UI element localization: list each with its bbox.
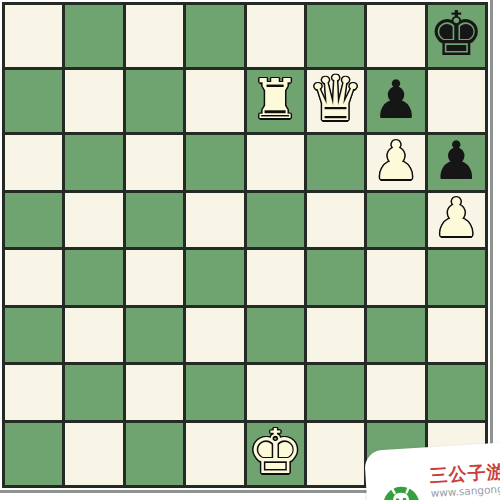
square-d2[interactable] (186, 365, 243, 420)
square-b8[interactable] (65, 5, 122, 67)
square-h2[interactable] (428, 365, 485, 420)
square-a4[interactable] (5, 250, 62, 305)
square-d8[interactable] (186, 5, 243, 67)
piece-white-pawn[interactable]: ♟ (372, 134, 420, 187)
piece-white-pawn[interactable]: ♟ (433, 191, 481, 244)
square-d3[interactable] (186, 308, 243, 363)
square-c7[interactable] (126, 70, 183, 132)
piece-white-king[interactable]: ♚ (247, 421, 303, 483)
square-a1[interactable] (5, 423, 62, 485)
square-f2[interactable] (307, 365, 364, 420)
square-g4[interactable] (367, 250, 424, 305)
square-h7[interactable] (428, 70, 485, 132)
square-h5[interactable]: ♟ (428, 193, 485, 248)
square-c4[interactable] (126, 250, 183, 305)
piece-black-pawn[interactable]: ♟ (372, 73, 420, 126)
square-c5[interactable] (126, 193, 183, 248)
watermark: 三公子游戏网 www.sangongzi.net (364, 441, 500, 500)
square-g8[interactable] (367, 5, 424, 67)
square-b7[interactable] (65, 70, 122, 132)
site-name: 三公子游戏网 (429, 459, 500, 486)
square-a8[interactable] (5, 5, 62, 67)
chess-diagram-root: ♚♜♛♟♟♟♟♚ 三公子游戏网 www.sangongzi.net (0, 0, 500, 500)
square-e1[interactable]: ♚ (247, 423, 304, 485)
square-e7[interactable]: ♜ (247, 70, 304, 132)
square-e4[interactable] (247, 250, 304, 305)
square-h4[interactable] (428, 250, 485, 305)
square-a3[interactable] (5, 308, 62, 363)
square-a7[interactable] (5, 70, 62, 132)
square-f1[interactable] (307, 423, 364, 485)
square-d7[interactable] (186, 70, 243, 132)
square-c8[interactable] (126, 5, 183, 67)
square-b1[interactable] (65, 423, 122, 485)
square-e2[interactable] (247, 365, 304, 420)
square-f4[interactable] (307, 250, 364, 305)
square-f8[interactable] (307, 5, 364, 67)
square-h8[interactable]: ♚ (428, 5, 485, 67)
square-b6[interactable] (65, 135, 122, 190)
piece-black-pawn[interactable]: ♟ (433, 134, 481, 187)
square-e5[interactable] (247, 193, 304, 248)
square-b4[interactable] (65, 250, 122, 305)
square-h6[interactable]: ♟ (428, 135, 485, 190)
square-c6[interactable] (126, 135, 183, 190)
square-d6[interactable] (186, 135, 243, 190)
square-b3[interactable] (65, 308, 122, 363)
square-f3[interactable] (307, 308, 364, 363)
square-b5[interactable] (65, 193, 122, 248)
square-c1[interactable] (126, 423, 183, 485)
square-d5[interactable] (186, 193, 243, 248)
square-f5[interactable] (307, 193, 364, 248)
square-g2[interactable] (367, 365, 424, 420)
square-a6[interactable] (5, 135, 62, 190)
chess-board: ♚♜♛♟♟♟♟♚ (2, 2, 488, 488)
square-c3[interactable] (126, 308, 183, 363)
square-g6[interactable]: ♟ (367, 135, 424, 190)
piece-white-queen[interactable]: ♛ (308, 68, 364, 130)
piece-black-king[interactable]: ♚ (429, 3, 485, 65)
square-h3[interactable] (428, 308, 485, 363)
square-b2[interactable] (65, 365, 122, 420)
android-robot-icon (377, 460, 424, 500)
square-g7[interactable]: ♟ (367, 70, 424, 132)
watermark-text: 三公子游戏网 www.sangongzi.net (429, 459, 500, 499)
square-e3[interactable] (247, 308, 304, 363)
square-f6[interactable] (307, 135, 364, 190)
square-d4[interactable] (186, 250, 243, 305)
square-c2[interactable] (126, 365, 183, 420)
square-e8[interactable] (247, 5, 304, 67)
piece-white-rook[interactable]: ♜ (251, 72, 300, 127)
board-border-right (490, 0, 493, 494)
square-e6[interactable] (247, 135, 304, 190)
square-g3[interactable] (367, 308, 424, 363)
square-f7[interactable]: ♛ (307, 70, 364, 132)
square-a5[interactable] (5, 193, 62, 248)
square-g5[interactable] (367, 193, 424, 248)
square-d1[interactable] (186, 423, 243, 485)
square-a2[interactable] (5, 365, 62, 420)
